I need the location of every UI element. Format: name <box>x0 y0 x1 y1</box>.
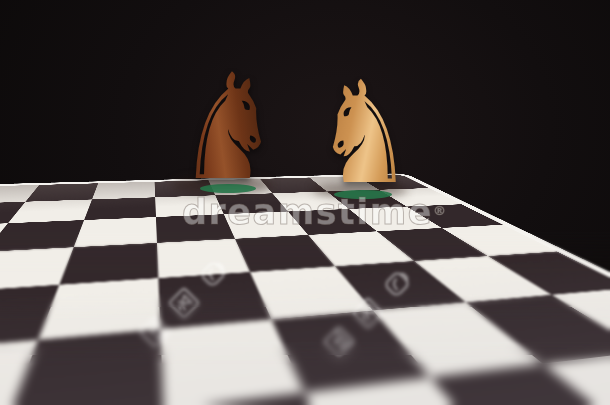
photo-stage: ♞ ♞ dreamstime® <box>0 0 610 405</box>
